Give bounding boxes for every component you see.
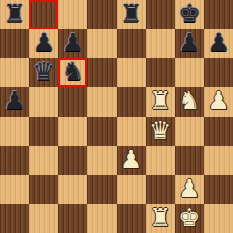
square-f6[interactable] [146,58,175,87]
square-a8[interactable]: ♜ [0,0,29,29]
square-b5[interactable] [29,87,58,116]
square-e2[interactable] [117,175,146,204]
square-b4[interactable] [29,117,58,146]
square-g5[interactable]: ♞ [175,87,204,116]
white-pawn-g2: ♟ [178,176,200,201]
black-pawn-g7: ♟ [178,30,200,55]
square-a5[interactable]: ♟ [0,87,29,116]
square-h3[interactable] [204,146,233,175]
white-pawn-h5: ♟ [207,88,229,113]
square-h4[interactable] [204,117,233,146]
square-h5[interactable]: ♟ [204,87,233,116]
square-g7[interactable]: ♟ [175,29,204,58]
square-b1[interactable] [29,204,58,233]
black-king-g8: ♚ [178,1,200,26]
black-pawn-a5: ♟ [3,88,25,113]
square-d3[interactable] [87,146,116,175]
black-rook-e8: ♜ [120,1,142,26]
square-a3[interactable] [0,146,29,175]
square-d1[interactable] [87,204,116,233]
square-a7[interactable] [0,29,29,58]
square-h7[interactable]: ♟ [204,29,233,58]
square-d6[interactable] [87,58,116,87]
square-e8[interactable]: ♜ [117,0,146,29]
square-c2[interactable] [58,175,87,204]
square-g6[interactable] [175,58,204,87]
white-knight-g5: ♞ [178,88,200,113]
square-d5[interactable] [87,87,116,116]
white-rook-f5: ♜ [149,88,171,113]
square-a2[interactable] [0,175,29,204]
square-d8[interactable] [87,0,116,29]
square-f7[interactable] [146,29,175,58]
square-b6[interactable]: ♛ [29,58,58,87]
square-c8[interactable] [58,0,87,29]
square-a4[interactable] [0,117,29,146]
square-e4[interactable] [117,117,146,146]
black-knight-c6: ♞ [62,59,84,84]
square-b8[interactable] [29,0,58,29]
white-king-g1: ♚ [178,205,200,230]
square-f2[interactable] [146,175,175,204]
square-g1[interactable]: ♚ [175,204,204,233]
square-d7[interactable] [87,29,116,58]
square-f1[interactable]: ♜ [146,204,175,233]
square-h8[interactable] [204,0,233,29]
black-pawn-h7: ♟ [207,30,229,55]
square-e5[interactable] [117,87,146,116]
black-queen-b6: ♛ [32,59,54,84]
square-b3[interactable] [29,146,58,175]
square-d4[interactable] [87,117,116,146]
square-g8[interactable]: ♚ [175,0,204,29]
square-f4[interactable]: ♛ [146,117,175,146]
square-b7[interactable]: ♟ [29,29,58,58]
chess-board: ♜♜♚♟♟♟♟♛♞♟♜♞♟♛♟♟♜♚ [0,0,233,233]
square-c4[interactable] [58,117,87,146]
square-h6[interactable] [204,58,233,87]
square-d2[interactable] [87,175,116,204]
white-pawn-e3: ♟ [120,147,142,172]
square-f8[interactable] [146,0,175,29]
black-rook-a8: ♜ [3,1,25,26]
square-c5[interactable] [58,87,87,116]
white-queen-f4: ♛ [149,118,171,143]
square-b2[interactable] [29,175,58,204]
black-pawn-c7: ♟ [62,30,84,55]
square-g3[interactable] [175,146,204,175]
square-c1[interactable] [58,204,87,233]
square-c3[interactable] [58,146,87,175]
black-pawn-b7: ♟ [32,30,54,55]
square-c6[interactable]: ♞ [58,58,87,87]
square-c7[interactable]: ♟ [58,29,87,58]
square-e1[interactable] [117,204,146,233]
square-e3[interactable]: ♟ [117,146,146,175]
white-rook-f1: ♜ [149,205,171,230]
square-f5[interactable]: ♜ [146,87,175,116]
square-h1[interactable] [204,204,233,233]
square-e7[interactable] [117,29,146,58]
square-e6[interactable] [117,58,146,87]
square-f3[interactable] [146,146,175,175]
square-g4[interactable] [175,117,204,146]
square-a1[interactable] [0,204,29,233]
square-h2[interactable] [204,175,233,204]
square-g2[interactable]: ♟ [175,175,204,204]
square-a6[interactable] [0,58,29,87]
